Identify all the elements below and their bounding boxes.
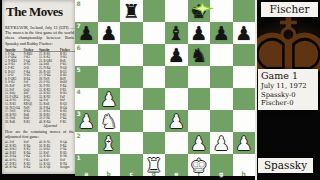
newspaper-body: REYKJAVIK, Iceland, July 12 (UPI) — The …: [5, 25, 75, 169]
square-c6[interactable]: [120, 44, 143, 66]
move-cell: P-B5: [60, 120, 75, 124]
square-e8[interactable]: [165, 0, 188, 22]
square-b4[interactable]: ♟: [98, 88, 121, 110]
square-c7[interactable]: [120, 22, 143, 44]
square-c8[interactable]: ♜: [120, 0, 143, 22]
white-pawn-e3[interactable]: ♟: [165, 110, 188, 132]
square-c1[interactable]: c: [120, 154, 143, 176]
square-g6[interactable]: [210, 44, 233, 66]
square-a3[interactable]: 3♟: [75, 110, 98, 132]
white-rook-d1[interactable]: ♜: [143, 154, 166, 176]
black-pawn-g7[interactable]: ♟: [210, 22, 233, 44]
file-label-a: a: [75, 170, 98, 177]
square-a8[interactable]: 8: [75, 0, 98, 22]
square-d4[interactable]: [143, 88, 166, 110]
file-label-g: g: [210, 170, 233, 177]
rank-label-6: 6: [77, 44, 81, 51]
move-cell: 20. RxR: [5, 120, 24, 124]
broadcast-frame: The Moves REYKJAVIK, Iceland, July 12 (U…: [0, 0, 320, 180]
square-a6[interactable]: 6: [75, 44, 98, 66]
black-rook-c8[interactable]: ♜: [120, 0, 143, 22]
square-g7[interactable]: ♟: [210, 22, 233, 44]
white-bishop-b2[interactable]: ♝: [98, 132, 121, 154]
move-cell: R-B1: [24, 120, 40, 124]
move-cell: Resigns: [60, 166, 75, 170]
chess-board: 8♜♚7♟♟♝♟♟♟6♟♞54♟3♟♞♟2♝♟♟♟1abcd♜ef♚gh: [75, 0, 255, 176]
square-g3[interactable]: [210, 110, 233, 132]
moves-header-cell: Fischer: [24, 48, 40, 52]
black-pawn-f7[interactable]: ♟: [188, 22, 211, 44]
square-e6[interactable]: ♟: [165, 44, 188, 66]
square-h4[interactable]: [233, 88, 256, 110]
moves-row: 48. K-N4K-K456. K-Q6Resigns: [5, 166, 75, 170]
square-b1[interactable]: b: [98, 154, 121, 176]
square-a2[interactable]: 2: [75, 132, 98, 154]
white-pawn-f2[interactable]: ♟: [188, 132, 211, 154]
square-g5[interactable]: [210, 66, 233, 88]
square-h1[interactable]: h: [233, 154, 256, 176]
moves-header-cell: Spassky: [5, 48, 24, 52]
square-d5[interactable]: [143, 66, 166, 88]
black-bishop-e7[interactable]: ♝: [165, 22, 188, 44]
square-c5[interactable]: [120, 66, 143, 88]
game-number-label: Game 1: [261, 70, 318, 82]
black-pawn-h7[interactable]: ♟: [233, 22, 256, 44]
file-label-h: h: [233, 170, 256, 177]
moves-header-cell: Fischer: [60, 48, 75, 52]
right-panel: ♚ Fischer Game 1July 11, 1972Spassky-0Fi…: [255, 0, 320, 180]
moves-table-1: SpasskyFischerSpasskyFischer1. P-Q4N-KB3…: [5, 48, 75, 124]
black-pawn-a7[interactable]: ♟: [75, 22, 98, 44]
square-g2[interactable]: ♟: [210, 132, 233, 154]
moves-row: 20. RxRR-B140. K-R4P-B5: [5, 120, 75, 124]
fischer-nameplate: Fischer: [261, 2, 318, 17]
square-d6[interactable]: [143, 44, 166, 66]
white-pawn-g2[interactable]: ♟: [210, 132, 233, 154]
square-b7[interactable]: ♟: [98, 22, 121, 44]
black-knight-f6[interactable]: ♞: [188, 44, 211, 66]
square-f1[interactable]: f♚: [188, 154, 211, 176]
square-b5[interactable]: [98, 66, 121, 88]
square-h7[interactable]: ♟: [233, 22, 256, 44]
square-a5[interactable]: 5: [75, 66, 98, 88]
white-pawn-a3[interactable]: ♟: [75, 110, 98, 132]
square-d8[interactable]: [143, 0, 166, 22]
white-pawn-h2[interactable]: ♟: [233, 132, 256, 154]
adjourned-label: Adjourned: [5, 124, 75, 128]
rank-label-4: 4: [77, 88, 81, 95]
square-c2[interactable]: [120, 132, 143, 154]
white-pawn-b4[interactable]: ♟: [98, 88, 121, 110]
white-knight-b3[interactable]: ♞: [98, 110, 121, 132]
file-label-c: c: [120, 170, 143, 177]
square-e4[interactable]: [165, 88, 188, 110]
square-c3[interactable]: [120, 110, 143, 132]
square-g1[interactable]: g: [210, 154, 233, 176]
square-f5[interactable]: [188, 66, 211, 88]
spassky-nameplate: Spassky: [258, 158, 313, 173]
black-pawn-e6[interactable]: ♟: [165, 44, 188, 66]
move-cell: 48. K-N4: [5, 166, 24, 170]
square-f2[interactable]: ♟: [188, 132, 211, 154]
square-e1[interactable]: e: [165, 154, 188, 176]
square-a7[interactable]: 7♟: [75, 22, 98, 44]
newspaper-headline: The Moves: [2, 0, 75, 19]
game-info-box: Game 1July 11, 1972Spassky-0Fischer-0: [258, 69, 318, 110]
square-a1[interactable]: 1a: [75, 154, 98, 176]
square-h8[interactable]: [233, 0, 256, 22]
square-f6[interactable]: ♞: [188, 44, 211, 66]
square-b8[interactable]: [98, 0, 121, 22]
square-d1[interactable]: d♜: [143, 154, 166, 176]
newspaper-clipping: The Moves REYKJAVIK, Iceland, July 12 (U…: [2, 0, 75, 174]
newspaper-dateline: REYKJAVIK, Iceland, July 12 (UPI) — The …: [5, 25, 74, 46]
square-d2[interactable]: [143, 132, 166, 154]
moves-header-cell: Spassky: [39, 48, 60, 52]
square-b3[interactable]: ♞: [98, 110, 121, 132]
rank-label-2: 2: [77, 132, 81, 139]
square-h6[interactable]: [233, 44, 256, 66]
file-label-e: e: [165, 170, 188, 177]
game-info-line: July 11, 1972: [261, 82, 318, 91]
rank-label-5: 5: [77, 66, 81, 73]
square-f3[interactable]: [188, 110, 211, 132]
move-cell: 56. K-Q6: [39, 166, 60, 170]
square-a4[interactable]: 4: [75, 88, 98, 110]
rank-label-1: 1: [77, 154, 81, 161]
square-d3[interactable]: [143, 110, 166, 132]
square-e3[interactable]: ♟: [165, 110, 188, 132]
square-d7[interactable]: [143, 22, 166, 44]
square-e5[interactable]: [165, 66, 188, 88]
game-info-line: Spassky-0: [261, 91, 318, 100]
rank-label-8: 8: [77, 0, 81, 7]
white-king-f1[interactable]: ♚: [188, 154, 211, 176]
square-h5[interactable]: [233, 66, 256, 88]
square-b2[interactable]: ♝: [98, 132, 121, 154]
move-cell: K-K4: [24, 166, 40, 170]
square-g4[interactable]: [210, 88, 233, 110]
square-c4[interactable]: [120, 88, 143, 110]
file-label-b: b: [98, 170, 121, 177]
square-h3[interactable]: [233, 110, 256, 132]
square-e2[interactable]: [165, 132, 188, 154]
black-pawn-b7[interactable]: ♟: [98, 22, 121, 44]
square-f7[interactable]: ♟: [188, 22, 211, 44]
square-h2[interactable]: ♟: [233, 132, 256, 154]
square-b6[interactable]: [98, 44, 121, 66]
game-info-line: Fischer-0: [261, 99, 318, 108]
square-f4[interactable]: [188, 88, 211, 110]
square-e7[interactable]: ♝: [165, 22, 188, 44]
moves-table-2: 41. PxPKxP49. K-N5K-Q442. K-R5K-B450. K-…: [5, 140, 75, 169]
last-move-sparkle-icon: [192, 1, 214, 14]
continuation-intro: Here are the remaining moves of the adjo…: [5, 129, 74, 139]
